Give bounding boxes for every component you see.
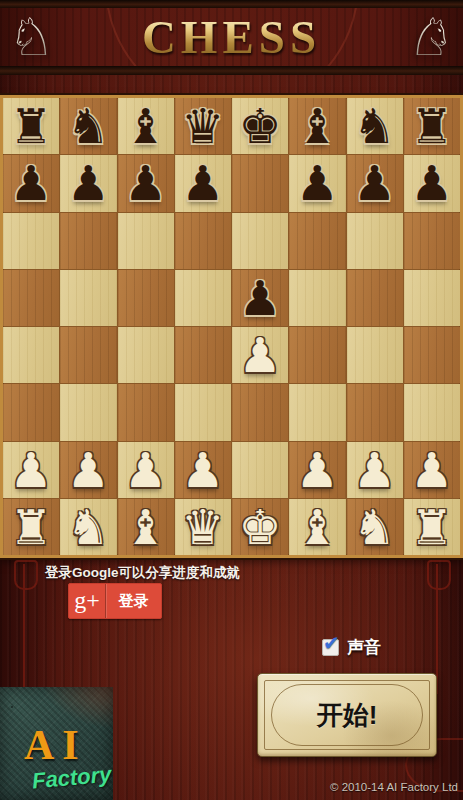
logo-ai-text: AI [24, 721, 87, 769]
square-d1[interactable]: ♛ [175, 499, 231, 555]
square-g1[interactable]: ♞ [347, 499, 403, 555]
black-rook: ♜ [410, 102, 453, 150]
white-pawn: ♟ [124, 446, 167, 494]
square-d7[interactable]: ♟ [175, 155, 231, 211]
square-d5[interactable] [175, 270, 231, 326]
black-bishop: ♝ [124, 102, 167, 150]
signin-button-label: 登录 [106, 584, 161, 618]
black-bishop: ♝ [296, 102, 339, 150]
square-g4[interactable] [347, 327, 403, 383]
square-h6[interactable] [404, 213, 460, 269]
black-pawn: ♟ [296, 159, 339, 207]
black-pawn: ♟ [67, 159, 110, 207]
square-g8[interactable]: ♞ [347, 98, 403, 154]
background-ornament-left [12, 558, 38, 698]
square-a3[interactable] [3, 384, 59, 440]
square-h5[interactable] [404, 270, 460, 326]
square-h1[interactable]: ♜ [404, 499, 460, 555]
square-h2[interactable]: ♟ [404, 442, 460, 498]
square-a5[interactable] [3, 270, 59, 326]
white-pawn: ♟ [239, 331, 282, 379]
white-rook: ♜ [410, 503, 453, 551]
square-b1[interactable]: ♞ [60, 499, 116, 555]
google-plus-icon: g+ [69, 584, 105, 618]
square-e8[interactable]: ♚ [232, 98, 288, 154]
start-button[interactable]: 开始! [257, 673, 437, 757]
square-d4[interactable] [175, 327, 231, 383]
square-h7[interactable]: ♟ [404, 155, 460, 211]
black-king: ♚ [239, 102, 282, 150]
square-f4[interactable] [289, 327, 345, 383]
square-b4[interactable] [60, 327, 116, 383]
square-e2[interactable] [232, 442, 288, 498]
square-d3[interactable] [175, 384, 231, 440]
app-header: ♘ CHESS ♘ [0, 8, 463, 66]
square-c6[interactable] [118, 213, 174, 269]
white-pawn: ♟ [296, 446, 339, 494]
square-f7[interactable]: ♟ [289, 155, 345, 211]
google-login-prompt: 登录Google可以分享进度和成就 [45, 564, 240, 582]
sound-label: 声音 [347, 636, 381, 659]
square-d8[interactable]: ♛ [175, 98, 231, 154]
square-b5[interactable] [60, 270, 116, 326]
square-f6[interactable] [289, 213, 345, 269]
square-e6[interactable] [232, 213, 288, 269]
white-pawn: ♟ [181, 446, 224, 494]
square-c7[interactable]: ♟ [118, 155, 174, 211]
square-g7[interactable]: ♟ [347, 155, 403, 211]
square-e1[interactable]: ♚ [232, 499, 288, 555]
white-king: ♚ [239, 503, 282, 551]
black-queen: ♛ [181, 102, 224, 150]
sound-checkbox[interactable]: ✔ [322, 639, 339, 656]
black-knight: ♞ [67, 102, 110, 150]
square-h4[interactable] [404, 327, 460, 383]
square-b8[interactable]: ♞ [60, 98, 116, 154]
page-title: CHESS [142, 10, 321, 64]
square-e3[interactable] [232, 384, 288, 440]
square-g6[interactable] [347, 213, 403, 269]
square-c5[interactable] [118, 270, 174, 326]
square-c4[interactable] [118, 327, 174, 383]
white-bishop: ♝ [296, 503, 339, 551]
knight-icon-left: ♘ [8, 11, 55, 63]
square-f5[interactable] [289, 270, 345, 326]
square-g5[interactable] [347, 270, 403, 326]
square-b3[interactable] [60, 384, 116, 440]
black-pawn: ♟ [124, 159, 167, 207]
square-d6[interactable] [175, 213, 231, 269]
square-f1[interactable]: ♝ [289, 499, 345, 555]
white-pawn: ♟ [410, 446, 453, 494]
white-queen: ♛ [181, 503, 224, 551]
square-a1[interactable]: ♜ [3, 499, 59, 555]
square-a2[interactable]: ♟ [3, 442, 59, 498]
square-c1[interactable]: ♝ [118, 499, 174, 555]
white-rook: ♜ [10, 503, 53, 551]
square-h3[interactable] [404, 384, 460, 440]
copyright-text: © 2010-14 AI Factory Ltd [330, 781, 458, 793]
square-g3[interactable] [347, 384, 403, 440]
square-b2[interactable]: ♟ [60, 442, 116, 498]
square-f3[interactable] [289, 384, 345, 440]
black-knight: ♞ [353, 102, 396, 150]
white-pawn: ♟ [67, 446, 110, 494]
header-bottom-molding [0, 66, 463, 75]
square-a7[interactable]: ♟ [3, 155, 59, 211]
white-knight: ♞ [353, 503, 396, 551]
square-b6[interactable] [60, 213, 116, 269]
white-pawn: ♟ [353, 446, 396, 494]
square-e7[interactable] [232, 155, 288, 211]
black-pawn: ♟ [239, 274, 282, 322]
square-f2[interactable]: ♟ [289, 442, 345, 498]
google-signin-button[interactable]: g+ 登录 [68, 583, 162, 619]
ai-factory-logo: AI Factory [0, 687, 113, 800]
square-h8[interactable]: ♜ [404, 98, 460, 154]
logo-factory-text: Factory [31, 762, 112, 795]
square-c3[interactable] [118, 384, 174, 440]
start-button-label: 开始! [258, 674, 436, 756]
header-top-molding [0, 0, 463, 8]
white-bishop: ♝ [124, 503, 167, 551]
black-pawn: ♟ [181, 159, 224, 207]
app-screen: ♘ CHESS ♘ ♜♞♝♛♚♝♞♜♟♟♟♟♟♟♟♟♟♟♟♟♟♟♟♟♜♞♝♛♚♝… [0, 0, 463, 800]
chess-board: ♜♞♝♛♚♝♞♜♟♟♟♟♟♟♟♟♟♟♟♟♟♟♟♟♜♞♝♛♚♝♞♜ [0, 95, 463, 558]
square-f8[interactable]: ♝ [289, 98, 345, 154]
knight-icon-right: ♘ [408, 11, 455, 63]
square-e4[interactable]: ♟ [232, 327, 288, 383]
square-d2[interactable]: ♟ [175, 442, 231, 498]
square-a8[interactable]: ♜ [3, 98, 59, 154]
sound-toggle[interactable]: ✔ 声音 [322, 636, 381, 659]
square-a6[interactable] [3, 213, 59, 269]
square-c8[interactable]: ♝ [118, 98, 174, 154]
square-c2[interactable]: ♟ [118, 442, 174, 498]
white-pawn: ♟ [10, 446, 53, 494]
square-a4[interactable] [3, 327, 59, 383]
square-g2[interactable]: ♟ [347, 442, 403, 498]
checkmark-icon: ✔ [323, 633, 340, 653]
square-e5[interactable]: ♟ [232, 270, 288, 326]
square-b7[interactable]: ♟ [60, 155, 116, 211]
black-pawn: ♟ [410, 159, 453, 207]
black-pawn: ♟ [353, 159, 396, 207]
white-knight: ♞ [67, 503, 110, 551]
board-grid: ♜♞♝♛♚♝♞♜♟♟♟♟♟♟♟♟♟♟♟♟♟♟♟♟♜♞♝♛♚♝♞♜ [3, 98, 460, 555]
black-pawn: ♟ [10, 159, 53, 207]
black-rook: ♜ [10, 102, 53, 150]
